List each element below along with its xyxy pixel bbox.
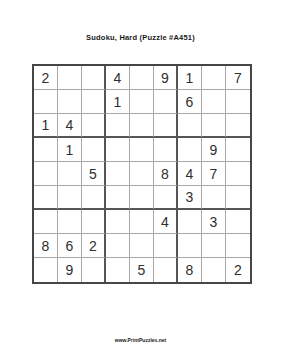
sudoku-cell-r1c5[interactable] xyxy=(130,66,154,90)
sudoku-cell-r7c3[interactable] xyxy=(82,210,106,234)
sudoku-cell-r6c3[interactable] xyxy=(82,186,106,210)
sudoku-cell-r8c8[interactable] xyxy=(202,234,226,258)
sudoku-cell-r1c4[interactable]: 4 xyxy=(106,66,130,90)
sudoku-cell-r9c9[interactable]: 2 xyxy=(226,258,250,282)
sudoku-cell-r3c4[interactable] xyxy=(106,114,130,138)
sudoku-cell-r1c8[interactable] xyxy=(202,66,226,90)
sudoku-cell-r9c6[interactable] xyxy=(154,258,178,282)
page-title: Sudoku, Hard (Puzzle #A451) xyxy=(0,33,281,42)
sudoku-cell-r5c9[interactable] xyxy=(226,162,250,186)
sudoku-cell-r8c2[interactable]: 6 xyxy=(58,234,82,258)
sudoku-cell-r9c4[interactable] xyxy=(106,258,130,282)
sudoku-cell-r9c5[interactable]: 5 xyxy=(130,258,154,282)
sudoku-cell-r7c4[interactable] xyxy=(106,210,130,234)
sudoku-cell-r8c3[interactable]: 2 xyxy=(82,234,106,258)
footer-url: www.PrintPuzzles.net xyxy=(0,337,281,343)
sudoku-cell-r7c9[interactable] xyxy=(226,210,250,234)
sudoku-cell-r3c7[interactable] xyxy=(178,114,202,138)
sudoku-cell-r3c9[interactable] xyxy=(226,114,250,138)
sudoku-cell-r3c1[interactable]: 1 xyxy=(34,114,58,138)
sudoku-cell-r5c1[interactable] xyxy=(34,162,58,186)
sudoku-cell-r7c8[interactable]: 3 xyxy=(202,210,226,234)
sudoku-cell-r9c2[interactable]: 9 xyxy=(58,258,82,282)
sudoku-cell-r9c3[interactable] xyxy=(82,258,106,282)
sudoku-cell-r6c6[interactable] xyxy=(154,186,178,210)
sudoku-cell-r4c5[interactable] xyxy=(130,138,154,162)
sudoku-cell-r2c5[interactable] xyxy=(130,90,154,114)
sudoku-cell-r6c9[interactable] xyxy=(226,186,250,210)
sudoku-cell-r9c1[interactable] xyxy=(34,258,58,282)
sudoku-cell-r3c3[interactable] xyxy=(82,114,106,138)
sudoku-cell-r1c6[interactable]: 9 xyxy=(154,66,178,90)
sudoku-cell-r7c7[interactable] xyxy=(178,210,202,234)
sudoku-cell-r5c7[interactable]: 4 xyxy=(178,162,202,186)
sudoku-sheet: Sudoku, Hard (Puzzle #A451) 249171614195… xyxy=(0,0,281,363)
sudoku-cell-r7c1[interactable] xyxy=(34,210,58,234)
sudoku-cell-r5c3[interactable]: 5 xyxy=(82,162,106,186)
sudoku-cell-r6c4[interactable] xyxy=(106,186,130,210)
sudoku-cell-r4c7[interactable] xyxy=(178,138,202,162)
sudoku-cell-r7c2[interactable] xyxy=(58,210,82,234)
sudoku-cell-r2c2[interactable] xyxy=(58,90,82,114)
sudoku-cell-r6c5[interactable] xyxy=(130,186,154,210)
sudoku-cell-r4c6[interactable] xyxy=(154,138,178,162)
sudoku-cell-r4c8[interactable]: 9 xyxy=(202,138,226,162)
sudoku-cell-r6c1[interactable] xyxy=(34,186,58,210)
sudoku-cell-r1c2[interactable] xyxy=(58,66,82,90)
sudoku-cell-r6c8[interactable] xyxy=(202,186,226,210)
sudoku-cell-r1c9[interactable]: 7 xyxy=(226,66,250,90)
sudoku-cell-r9c7[interactable]: 8 xyxy=(178,258,202,282)
sudoku-cell-r1c3[interactable] xyxy=(82,66,106,90)
sudoku-cell-r3c2[interactable]: 4 xyxy=(58,114,82,138)
sudoku-cell-r2c9[interactable] xyxy=(226,90,250,114)
sudoku-cell-r3c6[interactable] xyxy=(154,114,178,138)
sudoku-cell-r8c6[interactable] xyxy=(154,234,178,258)
sudoku-cell-r8c9[interactable] xyxy=(226,234,250,258)
sudoku-cell-r7c5[interactable] xyxy=(130,210,154,234)
sudoku-cell-r2c7[interactable]: 6 xyxy=(178,90,202,114)
sudoku-cell-r5c2[interactable] xyxy=(58,162,82,186)
sudoku-cell-r2c3[interactable] xyxy=(82,90,106,114)
sudoku-cell-r2c8[interactable] xyxy=(202,90,226,114)
sudoku-cell-r8c5[interactable] xyxy=(130,234,154,258)
sudoku-cell-r5c8[interactable]: 7 xyxy=(202,162,226,186)
sudoku-cell-r6c2[interactable] xyxy=(58,186,82,210)
sudoku-cell-r9c8[interactable] xyxy=(202,258,226,282)
sudoku-cell-r4c3[interactable] xyxy=(82,138,106,162)
sudoku-cell-r1c7[interactable]: 1 xyxy=(178,66,202,90)
sudoku-cell-r5c4[interactable] xyxy=(106,162,130,186)
sudoku-cell-r8c1[interactable]: 8 xyxy=(34,234,58,258)
sudoku-cell-r4c1[interactable] xyxy=(34,138,58,162)
sudoku-cell-r2c6[interactable] xyxy=(154,90,178,114)
sudoku-grid: 2491716141958473438629582 xyxy=(32,64,252,284)
sudoku-cell-r7c6[interactable]: 4 xyxy=(154,210,178,234)
sudoku-cell-r4c2[interactable]: 1 xyxy=(58,138,82,162)
sudoku-cell-r6c7[interactable]: 3 xyxy=(178,186,202,210)
sudoku-cell-r3c8[interactable] xyxy=(202,114,226,138)
sudoku-cell-r3c5[interactable] xyxy=(130,114,154,138)
sudoku-cell-r2c1[interactable] xyxy=(34,90,58,114)
sudoku-cell-r8c4[interactable] xyxy=(106,234,130,258)
sudoku-cell-r2c4[interactable]: 1 xyxy=(106,90,130,114)
sudoku-cell-r8c7[interactable] xyxy=(178,234,202,258)
sudoku-cell-r1c1[interactable]: 2 xyxy=(34,66,58,90)
sudoku-cell-r5c6[interactable]: 8 xyxy=(154,162,178,186)
sudoku-cell-r4c9[interactable] xyxy=(226,138,250,162)
sudoku-cell-r5c5[interactable] xyxy=(130,162,154,186)
sudoku-cell-r4c4[interactable] xyxy=(106,138,130,162)
